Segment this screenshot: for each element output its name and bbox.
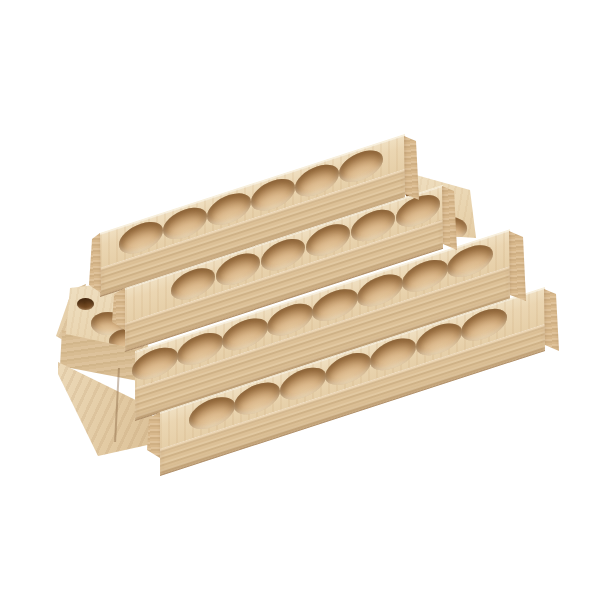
product-photo-canvas	[0, 0, 600, 600]
small-recess-hole	[77, 298, 94, 310]
tier-3-right-end-cap	[509, 227, 527, 305]
tier-1-right-end-cap	[404, 132, 420, 204]
tier-4-right-end-cap	[544, 285, 560, 357]
